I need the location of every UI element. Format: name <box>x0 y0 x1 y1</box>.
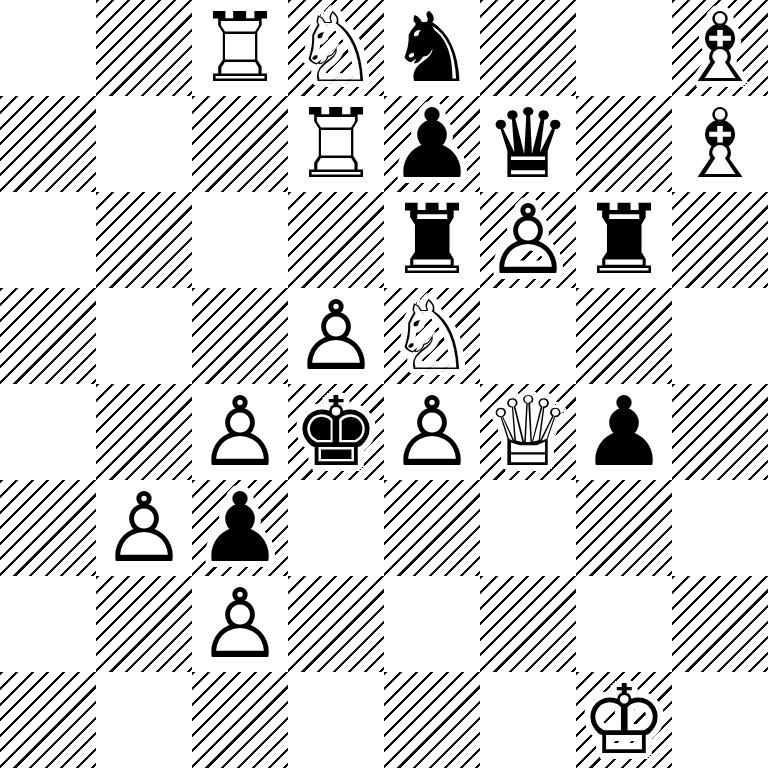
square-h4[interactable] <box>672 384 768 480</box>
square-g8[interactable] <box>576 0 672 96</box>
white-rook: ♖ <box>293 96 379 192</box>
black-knight: ♞ <box>389 0 475 96</box>
square-c3[interactable]: ♟ <box>192 480 288 576</box>
black-king: ♚ <box>293 384 379 480</box>
white-pawn: ♙ <box>293 288 379 384</box>
square-b2[interactable] <box>96 576 192 672</box>
square-c8[interactable]: ♖ <box>192 0 288 96</box>
square-b5[interactable] <box>96 288 192 384</box>
square-a4[interactable] <box>0 384 96 480</box>
square-e3[interactable] <box>384 480 480 576</box>
square-d5[interactable]: ♙ <box>288 288 384 384</box>
black-rook: ♜ <box>389 192 475 288</box>
black-queen: ♛ <box>485 96 571 192</box>
square-g7[interactable] <box>576 96 672 192</box>
square-f1[interactable] <box>480 672 576 768</box>
square-e8[interactable]: ♞ <box>384 0 480 96</box>
chess-board: ♖♘♞♗♖♟♛♗♜♙♜♙♘♙♚♙♕♟♙♟♙♔ <box>0 0 768 768</box>
square-f3[interactable] <box>480 480 576 576</box>
white-queen: ♕ <box>485 384 571 480</box>
white-pawn: ♙ <box>197 576 283 672</box>
square-b6[interactable] <box>96 192 192 288</box>
square-b8[interactable] <box>96 0 192 96</box>
square-c4[interactable]: ♙ <box>192 384 288 480</box>
square-d6[interactable] <box>288 192 384 288</box>
square-d4[interactable]: ♚ <box>288 384 384 480</box>
square-h7[interactable]: ♗ <box>672 96 768 192</box>
square-g5[interactable] <box>576 288 672 384</box>
white-knight: ♘ <box>389 288 475 384</box>
square-f6[interactable]: ♙ <box>480 192 576 288</box>
white-rook: ♖ <box>197 0 283 96</box>
square-c6[interactable] <box>192 192 288 288</box>
square-h5[interactable] <box>672 288 768 384</box>
square-d2[interactable] <box>288 576 384 672</box>
chess-diagram: ♖♘♞♗♖♟♛♗♜♙♜♙♘♙♚♙♕♟♙♟♙♔ <box>0 0 768 768</box>
white-knight: ♘ <box>293 0 379 96</box>
square-h2[interactable] <box>672 576 768 672</box>
square-h8[interactable]: ♗ <box>672 0 768 96</box>
square-a5[interactable] <box>0 288 96 384</box>
square-f7[interactable]: ♛ <box>480 96 576 192</box>
square-a1[interactable] <box>0 672 96 768</box>
white-pawn: ♙ <box>389 384 475 480</box>
white-pawn: ♙ <box>485 192 571 288</box>
square-a6[interactable] <box>0 192 96 288</box>
square-g2[interactable] <box>576 576 672 672</box>
square-e7[interactable]: ♟ <box>384 96 480 192</box>
square-b4[interactable] <box>96 384 192 480</box>
square-b7[interactable] <box>96 96 192 192</box>
square-e5[interactable]: ♘ <box>384 288 480 384</box>
square-h6[interactable] <box>672 192 768 288</box>
square-g6[interactable]: ♜ <box>576 192 672 288</box>
square-a8[interactable] <box>0 0 96 96</box>
square-d7[interactable]: ♖ <box>288 96 384 192</box>
white-king: ♔ <box>581 672 667 768</box>
black-pawn: ♟ <box>197 480 283 576</box>
square-g4[interactable]: ♟ <box>576 384 672 480</box>
white-bishop: ♗ <box>677 96 763 192</box>
square-b3[interactable]: ♙ <box>96 480 192 576</box>
square-f8[interactable] <box>480 0 576 96</box>
square-c7[interactable] <box>192 96 288 192</box>
white-pawn: ♙ <box>197 384 283 480</box>
square-c2[interactable]: ♙ <box>192 576 288 672</box>
square-c1[interactable] <box>192 672 288 768</box>
square-d8[interactable]: ♘ <box>288 0 384 96</box>
square-h1[interactable] <box>672 672 768 768</box>
square-a3[interactable] <box>0 480 96 576</box>
square-b1[interactable] <box>96 672 192 768</box>
square-f2[interactable] <box>480 576 576 672</box>
square-c5[interactable] <box>192 288 288 384</box>
square-e4[interactable]: ♙ <box>384 384 480 480</box>
square-a2[interactable] <box>0 576 96 672</box>
black-pawn: ♟ <box>581 384 667 480</box>
square-e6[interactable]: ♜ <box>384 192 480 288</box>
square-f5[interactable] <box>480 288 576 384</box>
square-a7[interactable] <box>0 96 96 192</box>
square-e2[interactable] <box>384 576 480 672</box>
black-rook: ♜ <box>581 192 667 288</box>
square-h3[interactable] <box>672 480 768 576</box>
square-g3[interactable] <box>576 480 672 576</box>
black-pawn: ♟ <box>389 96 475 192</box>
square-d1[interactable] <box>288 672 384 768</box>
square-f4[interactable]: ♕ <box>480 384 576 480</box>
square-g1[interactable]: ♔ <box>576 672 672 768</box>
square-d3[interactable] <box>288 480 384 576</box>
square-e1[interactable] <box>384 672 480 768</box>
white-pawn: ♙ <box>101 480 187 576</box>
white-bishop: ♗ <box>677 0 763 96</box>
